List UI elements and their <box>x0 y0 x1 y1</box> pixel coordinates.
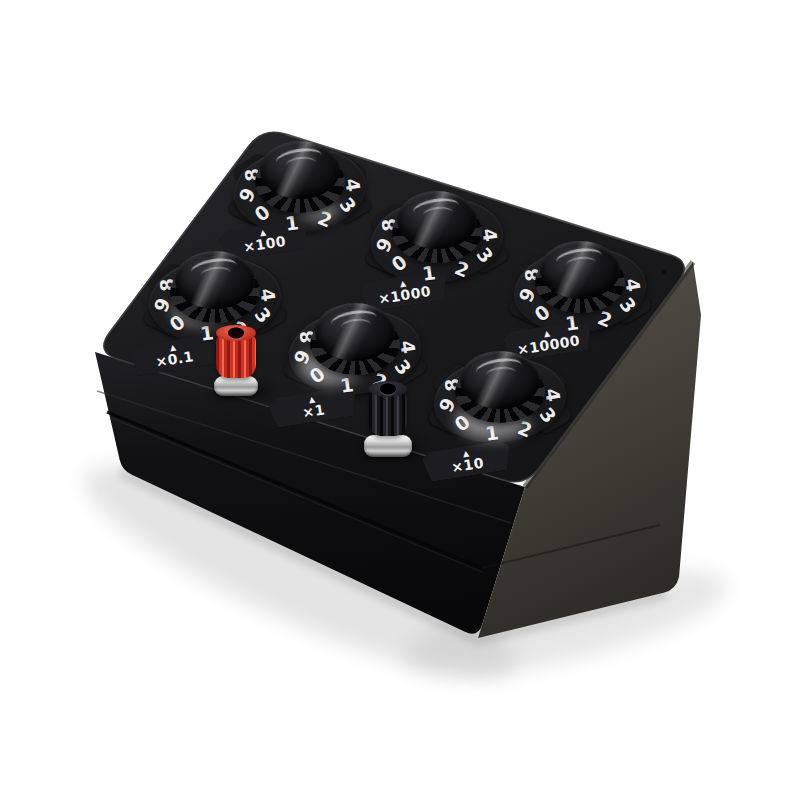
knob-cap <box>260 141 340 199</box>
knob-cap <box>175 251 255 309</box>
knob-cap <box>315 303 395 361</box>
knob-cap <box>460 351 540 409</box>
dial-digit-1: 1 <box>564 311 580 335</box>
post-metal-base <box>364 435 412 457</box>
multiplier-label: ×10 <box>450 455 485 474</box>
multiplier-label: ×1 <box>301 402 325 419</box>
post-top <box>216 325 256 341</box>
product-photo-scene: ▲×1008901234▲×10008901234▲×100008901234▲… <box>0 0 800 800</box>
multiplier-label: ×100 <box>242 233 287 254</box>
multiplier-label: ×0.1 <box>154 349 194 369</box>
knob-cap <box>540 241 620 299</box>
post-metal-base <box>214 376 258 396</box>
post-cap-black <box>369 388 407 436</box>
dial-digit-1: 1 <box>284 211 300 235</box>
post-cap-red <box>216 332 256 378</box>
multiplier-label: ×1000 <box>377 283 432 305</box>
knob-cap <box>397 191 477 249</box>
post-hole <box>380 384 396 395</box>
post-top <box>369 381 407 397</box>
case-screw-dot <box>662 270 667 275</box>
post-hole <box>228 328 244 339</box>
dial-digit-1: 1 <box>421 261 437 285</box>
